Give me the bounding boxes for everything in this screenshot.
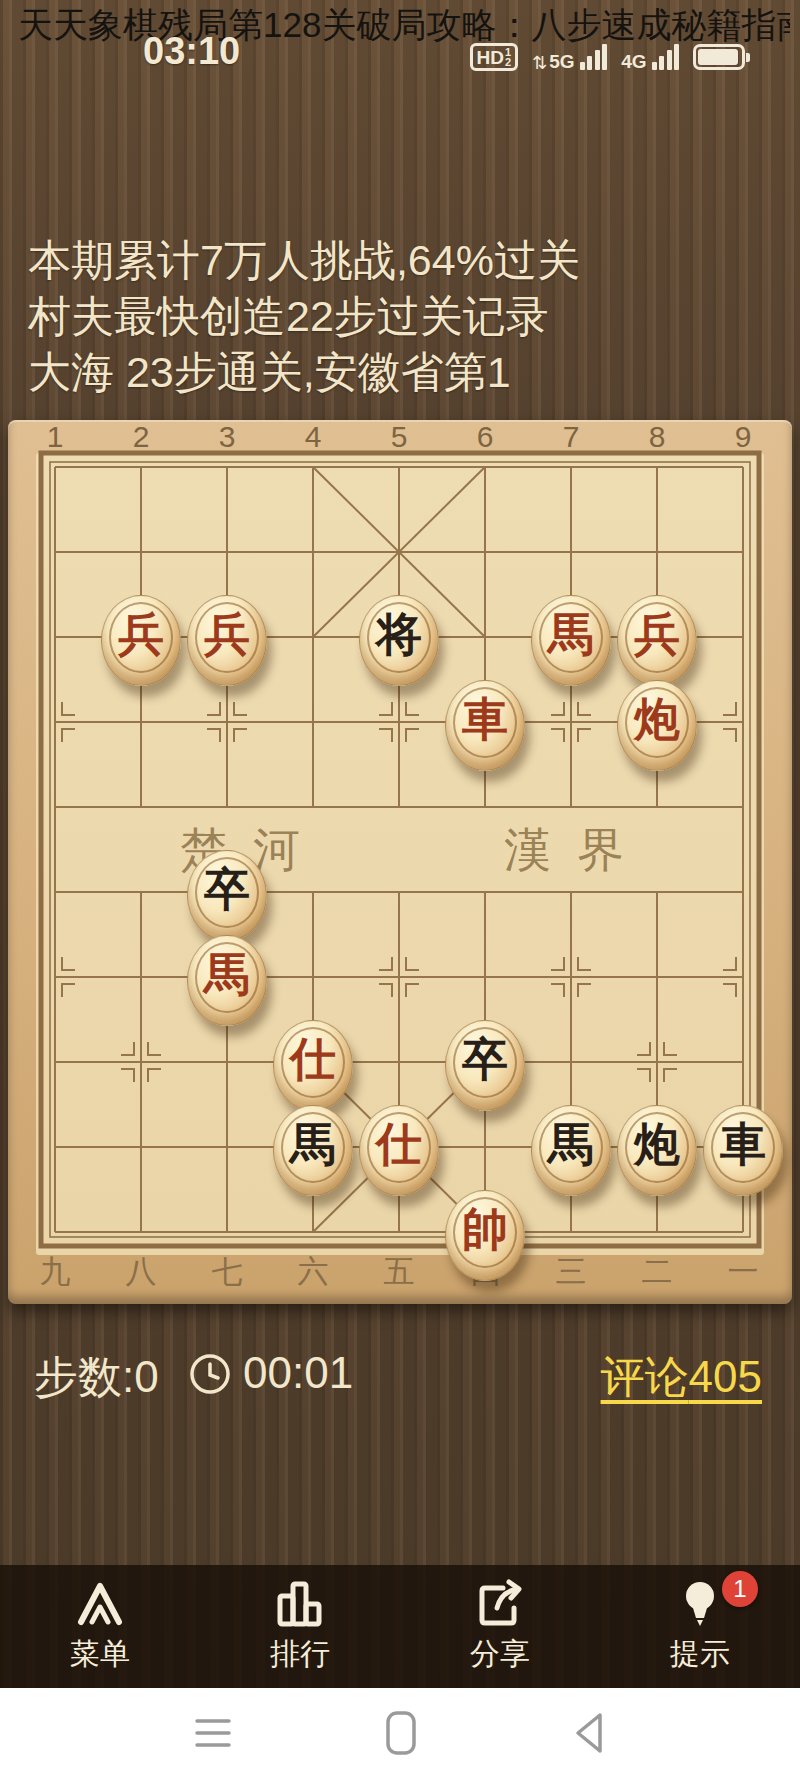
xiangqi-board[interactable]: 123456789 九八七六五四三二一 楚河 漢界 兵兵将馬兵車炮卒馬仕卒馬仕馬…: [8, 420, 792, 1304]
piece-glyph: 将: [360, 612, 438, 658]
status-time: 03:10: [143, 30, 240, 73]
timer-value: 00:01: [243, 1348, 353, 1398]
bottom-coord-1: 九: [40, 1251, 71, 1293]
piece-red-兵[interactable]: 兵: [617, 595, 697, 686]
menu-label: 菜单: [70, 1634, 130, 1675]
piece-glyph: 車: [446, 697, 524, 743]
hd-voice-icon: HD 12: [470, 43, 519, 71]
piece-red-車[interactable]: 車: [445, 680, 525, 771]
system-menu-icon[interactable]: [191, 1711, 235, 1755]
top-coord-7: 7: [563, 420, 580, 454]
piece-red-馬[interactable]: 馬: [531, 595, 611, 686]
top-coord-9: 9: [735, 420, 752, 454]
top-coord-6: 6: [477, 420, 494, 454]
piece-glyph: 炮: [618, 1122, 696, 1168]
bottom-coord-3: 七: [212, 1251, 243, 1293]
piece-glyph: 炮: [618, 697, 696, 743]
ranking-label: 排行: [270, 1634, 330, 1675]
piece-glyph: 馬: [532, 1122, 610, 1168]
piece-glyph: 仕: [274, 1037, 352, 1083]
ranking-button[interactable]: 排行: [200, 1565, 400, 1688]
bottom-coord-9: 一: [728, 1251, 759, 1293]
bottom-coord-4: 六: [298, 1251, 329, 1293]
top-coord-8: 8: [649, 420, 666, 454]
share-label: 分享: [470, 1634, 530, 1675]
piece-black-将[interactable]: 将: [359, 595, 439, 686]
piece-glyph: 馬: [532, 612, 610, 658]
river-text-right: 漢界: [478, 819, 650, 882]
hint-badge: 1: [722, 1571, 758, 1607]
ranking-icon: [273, 1578, 327, 1628]
piece-glyph: 馬: [188, 952, 266, 998]
hint-label: 提示: [670, 1634, 730, 1675]
piece-red-帥[interactable]: 帥: [445, 1190, 525, 1281]
piece-glyph: 卒: [188, 867, 266, 913]
signal-4g-icon: 4G: [621, 44, 679, 70]
piece-glyph: 車: [704, 1122, 782, 1168]
piece-red-馬[interactable]: 馬: [187, 935, 267, 1026]
bottom-coord-2: 八: [126, 1251, 157, 1293]
bottom-coord-8: 二: [642, 1251, 673, 1293]
piece-black-炮[interactable]: 炮: [617, 1105, 697, 1196]
stats-line-2: 村夫最快创造22步过关记录: [28, 288, 580, 344]
piece-glyph: 帥: [446, 1207, 524, 1253]
move-counter: 步数:0: [34, 1348, 159, 1407]
share-icon: [473, 1578, 527, 1628]
top-coord-3: 3: [219, 420, 236, 454]
piece-glyph: 卒: [446, 1037, 524, 1083]
bottom-coord-7: 三: [556, 1251, 587, 1293]
piece-glyph: 仕: [360, 1122, 438, 1168]
menu-button[interactable]: 菜单: [0, 1565, 200, 1688]
menu-icon: [73, 1578, 127, 1628]
piece-black-卒[interactable]: 卒: [445, 1020, 525, 1111]
comments-button[interactable]: 评论405: [601, 1348, 762, 1407]
battery-icon: [693, 44, 745, 70]
hint-icon: [673, 1578, 727, 1628]
stats-line-1: 本期累计7万人挑战,64%过关: [28, 232, 580, 288]
system-home-icon[interactable]: [379, 1711, 423, 1755]
piece-red-仕[interactable]: 仕: [273, 1020, 353, 1111]
piece-black-馬[interactable]: 馬: [273, 1105, 353, 1196]
top-coord-2: 2: [133, 420, 150, 454]
game-nav-bar: 菜单 排行 分享 提示 1: [0, 1565, 800, 1688]
game-hud: 步数:0 00:01 评论405: [0, 1338, 800, 1408]
piece-glyph: 兵: [102, 612, 180, 658]
bottom-coord-5: 五: [384, 1251, 415, 1293]
top-coord-5: 5: [391, 420, 408, 454]
piece-black-車[interactable]: 車: [703, 1105, 783, 1196]
piece-glyph: 兵: [618, 612, 696, 658]
piece-red-仕[interactable]: 仕: [359, 1105, 439, 1196]
piece-black-馬[interactable]: 馬: [531, 1105, 611, 1196]
signal-5g-icon: ⇅ 5G: [532, 44, 607, 70]
piece-red-兵[interactable]: 兵: [187, 595, 267, 686]
android-system-bar: [0, 1688, 800, 1778]
system-back-icon[interactable]: [568, 1711, 612, 1755]
status-icons: HD 12 ⇅ 5G 4G: [470, 40, 745, 74]
top-coord-4: 4: [305, 420, 322, 454]
timer-clock-icon: [188, 1352, 232, 1396]
share-button[interactable]: 分享: [400, 1565, 600, 1688]
stats-line-3: 大海 23步通关,安徽省第1: [28, 344, 580, 400]
piece-glyph: 兵: [188, 612, 266, 658]
page-title: 天天象棋残局第128关破局攻略：八步速成秘籍指南助你轻松通关: [18, 6, 790, 44]
piece-glyph: 馬: [274, 1122, 352, 1168]
piece-red-炮[interactable]: 炮: [617, 680, 697, 771]
piece-black-卒[interactable]: 卒: [187, 850, 267, 941]
challenge-stats: 本期累计7万人挑战,64%过关 村夫最快创造22步过关记录 大海 23步通关,安…: [28, 232, 580, 400]
hint-button[interactable]: 提示 1: [600, 1565, 800, 1688]
top-coord-1: 1: [47, 420, 64, 454]
piece-red-兵[interactable]: 兵: [101, 595, 181, 686]
